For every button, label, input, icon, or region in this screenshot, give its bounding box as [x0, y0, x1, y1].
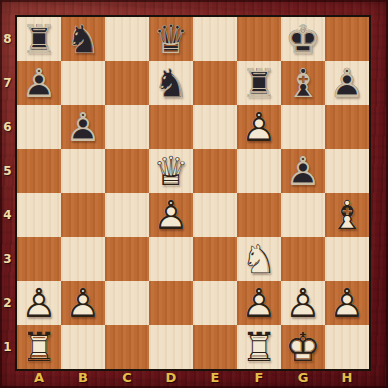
square-b1[interactable]	[61, 325, 105, 369]
piece-outline-glyph: ♙	[237, 105, 281, 149]
piece-outline-glyph: ♙	[325, 61, 369, 105]
piece-outline-glyph: ♖	[17, 17, 61, 61]
piece-outline-glyph: ♘	[61, 17, 105, 61]
square-f8[interactable]	[237, 17, 281, 61]
square-d7[interactable]: ♞♘	[149, 61, 193, 105]
piece-outline-glyph: ♙	[325, 281, 369, 325]
piece-outline-glyph: ♙	[17, 61, 61, 105]
square-a2[interactable]: ♟♙	[17, 281, 61, 325]
white-knight[interactable]: ♞♘	[237, 237, 281, 281]
square-d6[interactable]	[149, 105, 193, 149]
white-bishop[interactable]: ♝♗	[325, 193, 369, 237]
white-pawn[interactable]: ♟♙	[325, 281, 369, 325]
rank-labels: 8 7 6 5 4 3 2 1	[0, 17, 15, 369]
piece-outline-glyph: ♙	[17, 281, 61, 325]
square-b2[interactable]: ♟♙	[61, 281, 105, 325]
black-queen[interactable]: ♛♕	[149, 17, 193, 61]
white-queen[interactable]: ♛♕	[149, 149, 193, 193]
piece-outline-glyph: ♔	[281, 17, 325, 61]
square-c3[interactable]	[105, 237, 149, 281]
piece-outline-glyph: ♔	[281, 325, 325, 369]
piece-outline-glyph: ♕	[149, 149, 193, 193]
square-a5[interactable]	[17, 149, 61, 193]
file-label-d: D	[149, 370, 193, 387]
black-bishop[interactable]: ♝♗	[281, 61, 325, 105]
piece-outline-glyph: ♕	[149, 17, 193, 61]
piece-outline-glyph: ♙	[281, 149, 325, 193]
square-f3[interactable]: ♞♘	[237, 237, 281, 281]
black-pawn[interactable]: ♟♙	[61, 105, 105, 149]
square-h8[interactable]	[325, 17, 369, 61]
square-a4[interactable]	[17, 193, 61, 237]
square-h6[interactable]	[325, 105, 369, 149]
black-king[interactable]: ♚♔	[281, 17, 325, 61]
white-pawn[interactable]: ♟♙	[149, 193, 193, 237]
square-g1[interactable]: ♚♔	[281, 325, 325, 369]
square-f5[interactable]	[237, 149, 281, 193]
black-rook[interactable]: ♜♖	[17, 17, 61, 61]
piece-outline-glyph: ♖	[17, 325, 61, 369]
square-d3[interactable]	[149, 237, 193, 281]
rank-label-7: 7	[0, 61, 15, 105]
white-pawn[interactable]: ♟♙	[237, 281, 281, 325]
square-g4[interactable]	[281, 193, 325, 237]
square-e8[interactable]	[193, 17, 237, 61]
square-c8[interactable]	[105, 17, 149, 61]
file-label-e: E	[193, 370, 237, 387]
piece-outline-glyph: ♙	[281, 281, 325, 325]
square-h5[interactable]	[325, 149, 369, 193]
rank-label-8: 8	[0, 17, 15, 61]
board-frame: 8 7 6 5 4 3 2 1 ♜♖♞♘♛♕♚♔♟♙♞♘♜♖♝♗♟♙♟♙♟♙♛♕…	[0, 0, 388, 388]
square-b5[interactable]	[61, 149, 105, 193]
piece-outline-glyph: ♗	[325, 193, 369, 237]
file-label-f: F	[237, 370, 281, 387]
square-h4[interactable]: ♝♗	[325, 193, 369, 237]
file-label-b: B	[61, 370, 105, 387]
square-e4[interactable]	[193, 193, 237, 237]
square-e3[interactable]	[193, 237, 237, 281]
white-pawn[interactable]: ♟♙	[237, 105, 281, 149]
white-pawn[interactable]: ♟♙	[61, 281, 105, 325]
white-pawn[interactable]: ♟♙	[17, 281, 61, 325]
square-a6[interactable]	[17, 105, 61, 149]
file-label-c: C	[105, 370, 149, 387]
white-pawn[interactable]: ♟♙	[281, 281, 325, 325]
piece-outline-glyph: ♙	[237, 281, 281, 325]
square-c4[interactable]	[105, 193, 149, 237]
piece-outline-glyph: ♙	[61, 281, 105, 325]
square-f7[interactable]: ♜♖	[237, 61, 281, 105]
black-pawn[interactable]: ♟♙	[281, 149, 325, 193]
square-a7[interactable]: ♟♙	[17, 61, 61, 105]
rank-label-4: 4	[0, 193, 15, 237]
square-a8[interactable]: ♜♖	[17, 17, 61, 61]
square-h2[interactable]: ♟♙	[325, 281, 369, 325]
piece-outline-glyph: ♙	[61, 105, 105, 149]
square-f1[interactable]: ♜♖	[237, 325, 281, 369]
square-d2[interactable]	[149, 281, 193, 325]
file-label-g: G	[281, 370, 325, 387]
square-e5[interactable]	[193, 149, 237, 193]
piece-outline-glyph: ♙	[149, 193, 193, 237]
square-c6[interactable]	[105, 105, 149, 149]
square-f4[interactable]	[237, 193, 281, 237]
white-rook[interactable]: ♜♖	[237, 325, 281, 369]
square-h7[interactable]: ♟♙	[325, 61, 369, 105]
square-b7[interactable]	[61, 61, 105, 105]
square-c5[interactable]	[105, 149, 149, 193]
rank-label-1: 1	[0, 325, 15, 369]
file-label-h: H	[325, 370, 369, 387]
square-h3[interactable]	[325, 237, 369, 281]
square-g5[interactable]: ♟♙	[281, 149, 325, 193]
square-f2[interactable]: ♟♙	[237, 281, 281, 325]
square-c2[interactable]	[105, 281, 149, 325]
square-g2[interactable]: ♟♙	[281, 281, 325, 325]
square-g7[interactable]: ♝♗	[281, 61, 325, 105]
rank-label-6: 6	[0, 105, 15, 149]
square-g6[interactable]	[281, 105, 325, 149]
file-label-a: A	[17, 370, 61, 387]
square-b4[interactable]	[61, 193, 105, 237]
square-d1[interactable]	[149, 325, 193, 369]
square-h1[interactable]	[325, 325, 369, 369]
square-d8[interactable]: ♛♕	[149, 17, 193, 61]
square-a3[interactable]	[17, 237, 61, 281]
square-d4[interactable]: ♟♙	[149, 193, 193, 237]
chess-board: ♜♖♞♘♛♕♚♔♟♙♞♘♜♖♝♗♟♙♟♙♟♙♛♕♟♙♟♙♝♗♞♘♟♙♟♙♟♙♟♙…	[15, 15, 371, 371]
piece-outline-glyph: ♘	[237, 237, 281, 281]
piece-outline-glyph: ♖	[237, 61, 281, 105]
square-e1[interactable]	[193, 325, 237, 369]
black-knight[interactable]: ♞♘	[149, 61, 193, 105]
white-king[interactable]: ♚♔	[281, 325, 325, 369]
square-g8[interactable]: ♚♔	[281, 17, 325, 61]
rank-label-5: 5	[0, 149, 15, 193]
square-e6[interactable]	[193, 105, 237, 149]
square-e2[interactable]	[193, 281, 237, 325]
black-rook[interactable]: ♜♖	[237, 61, 281, 105]
square-b8[interactable]: ♞♘	[61, 17, 105, 61]
square-b3[interactable]	[61, 237, 105, 281]
black-pawn[interactable]: ♟♙	[17, 61, 61, 105]
black-knight[interactable]: ♞♘	[61, 17, 105, 61]
piece-outline-glyph: ♘	[149, 61, 193, 105]
rank-label-3: 3	[0, 237, 15, 281]
square-c1[interactable]	[105, 325, 149, 369]
square-a1[interactable]: ♜♖	[17, 325, 61, 369]
square-g3[interactable]	[281, 237, 325, 281]
white-rook[interactable]: ♜♖	[17, 325, 61, 369]
square-d5[interactable]: ♛♕	[149, 149, 193, 193]
rank-label-2: 2	[0, 281, 15, 325]
square-b6[interactable]: ♟♙	[61, 105, 105, 149]
file-labels: A B C D E F G H	[17, 370, 369, 387]
piece-outline-glyph: ♗	[281, 61, 325, 105]
square-f6[interactable]: ♟♙	[237, 105, 281, 149]
black-pawn[interactable]: ♟♙	[325, 61, 369, 105]
piece-outline-glyph: ♖	[237, 325, 281, 369]
square-c7[interactable]	[105, 61, 149, 105]
square-e7[interactable]	[193, 61, 237, 105]
